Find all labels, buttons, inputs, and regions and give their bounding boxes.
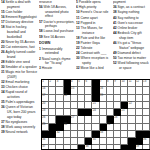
cell-number: 26	[42, 116, 45, 119]
clue-number: 42	[113, 26, 118, 30]
clue-number: 6	[76, 5, 79, 9]
grid-cell[interactable]	[56, 95, 63, 102]
clue-number: 58	[39, 29, 44, 33]
cell-number: 21	[93, 102, 96, 105]
clue-52: 52 Word following snack or space	[113, 61, 149, 70]
grid-cell[interactable]: 15	[71, 87, 78, 94]
clue-56: 56 With 58 Across, unwanted photo effect	[39, 5, 75, 19]
clue-number: 2	[39, 57, 42, 61]
grid-cell[interactable]	[136, 87, 143, 94]
grid-cell[interactable]	[100, 145, 107, 150]
clue-number: 37	[1, 120, 6, 124]
cell-number: 14	[42, 87, 45, 90]
grid-cell[interactable]	[49, 95, 56, 102]
clue-number: 38	[113, 10, 118, 14]
clue-42: 42 Online broker	[113, 26, 149, 31]
clue-number: 19	[76, 41, 81, 45]
clue-number: 17	[1, 20, 6, 24]
grid-cell[interactable]: 31	[107, 124, 114, 131]
cell-number: 12	[136, 80, 139, 83]
grid-cell[interactable]	[136, 116, 143, 123]
clue-1: 1 Immeasurably extended	[39, 47, 75, 56]
clue-number: 33	[1, 85, 6, 89]
cell-number: 31	[107, 123, 110, 126]
grid-cell[interactable]: 37	[42, 145, 49, 150]
black-square	[92, 87, 99, 94]
cell-number: 38	[85, 145, 88, 148]
grid-cell[interactable]	[143, 95, 150, 102]
grid-cell[interactable]	[71, 131, 78, 138]
black-square	[78, 109, 85, 116]
grid-cell[interactable]	[128, 116, 135, 123]
clue-6: 6 High-priority	[76, 5, 112, 10]
cell-number: 39	[136, 145, 139, 148]
grid-cell[interactable]: 27	[71, 116, 78, 123]
cell-number: 11	[129, 80, 132, 83]
grid-cell[interactable]	[85, 87, 92, 94]
clue-57: 57 Doctor's prescription, perhaps	[39, 20, 75, 29]
clue-number: 36	[1, 105, 6, 109]
clue-22: 22 Tolerate	[76, 46, 112, 51]
grid-cell[interactable]	[64, 145, 71, 150]
black-square	[128, 145, 135, 150]
clue-number: 39	[1, 130, 6, 134]
grid-cell[interactable]	[114, 102, 121, 109]
grid-cell[interactable]: 25	[121, 109, 128, 116]
grid-cell[interactable]	[121, 116, 128, 123]
cell-number: 23	[42, 109, 45, 112]
grid-cell[interactable]	[71, 138, 78, 145]
black-square	[92, 80, 99, 87]
grid-cell[interactable]	[85, 116, 92, 123]
cell-number: 13	[143, 80, 146, 83]
clue-number: 59	[39, 35, 44, 39]
clue-23: 23 Cat extensions, fast	[1, 45, 38, 50]
grid-cell[interactable]	[107, 138, 114, 145]
grid-cell[interactable]: 24	[92, 109, 99, 116]
grid-cell[interactable]	[78, 95, 85, 102]
grid-cell[interactable]	[107, 109, 114, 116]
grid-cell[interactable]	[78, 116, 85, 123]
cell-number: 3	[57, 80, 59, 83]
black-square	[49, 131, 56, 138]
grid-cell[interactable]: 9	[114, 80, 121, 87]
clue-40: 40 Say nothing to	[113, 16, 149, 21]
cell-number: 2	[49, 80, 51, 83]
cell-number: 9	[114, 80, 116, 83]
grid-cell[interactable]	[49, 116, 56, 123]
clue-20: 20 Never by 33-Across	[1, 40, 38, 45]
grid-cell[interactable]	[143, 102, 150, 109]
grid-cell[interactable]	[128, 87, 135, 94]
grid-cell[interactable]	[100, 102, 107, 109]
grid-cell[interactable]: 18	[64, 95, 71, 102]
clue-59: 59 See 56 Across	[39, 35, 75, 40]
clue-49: 49 Diamond defect	[113, 51, 149, 56]
clue-33: 33 Chicken choice	[1, 85, 38, 90]
clue-44: 44 Bedrock City gift shop item	[113, 31, 149, 40]
down-section-header: DOWN	[39, 41, 75, 46]
grid-cell[interactable]	[71, 124, 78, 131]
cell-number: 8	[107, 80, 109, 83]
black-square	[49, 124, 56, 131]
grid-cell[interactable]: 36	[143, 138, 150, 145]
clue-number: 52	[113, 61, 118, 65]
clue-38: 38 Work away severely	[1, 125, 38, 130]
clue-number: 36	[113, 5, 118, 9]
clue-36: 36 Sign, as a contract	[113, 5, 149, 10]
grid-cell[interactable]	[78, 87, 85, 94]
clue-36: 36 Queen of Victorian UK, born 200 years…	[1, 105, 38, 119]
clue-number: 30	[1, 65, 6, 69]
grid-cell[interactable]: 12	[136, 80, 143, 87]
clue-number: 34	[1, 90, 6, 94]
clue-32: 32 Move like a bird	[76, 66, 112, 71]
grid-cell[interactable]	[143, 124, 150, 131]
cell-number: 20	[42, 102, 45, 105]
clue-30: 30 Smolder of a speaker	[1, 65, 38, 70]
clue-number: 13	[76, 26, 81, 30]
grid-cell[interactable]	[56, 87, 63, 94]
grid-cell[interactable]	[49, 102, 56, 109]
grid-cell[interactable]	[107, 145, 114, 150]
clue-2: 2 Naval song's rhyme for "Yo-way"	[39, 57, 75, 66]
cell-number: 27	[71, 116, 74, 119]
cell-number: 36	[143, 138, 146, 141]
clue-number: 20	[1, 40, 6, 44]
grid-cell[interactable]: 35	[92, 138, 99, 145]
clue-10: 10 Forest's Oscar role	[76, 10, 112, 15]
grid-cell[interactable]	[128, 131, 135, 138]
black-square	[56, 116, 63, 123]
down-clue-column-4: payment36 Sign, as a contract38 Saying n…	[113, 0, 149, 79]
clue-number: 5	[76, 0, 79, 4]
clue-39: 39 Neural network	[1, 130, 38, 135]
clue-number: 11	[76, 16, 80, 20]
grid-cell[interactable]	[114, 124, 121, 131]
grid-cell[interactable]: 3	[56, 80, 63, 87]
grid-cell[interactable]	[128, 124, 135, 131]
grid-cell[interactable]	[136, 102, 143, 109]
clue-14: 14 Settle a deal with payment	[1, 0, 38, 9]
cell-number: 19	[100, 94, 103, 97]
grid-cell[interactable]: 13	[143, 80, 150, 87]
clue-number: 44	[113, 31, 118, 35]
grid-cell[interactable]	[56, 138, 63, 145]
clue-30: 30 Where reception is spotty	[76, 56, 112, 65]
grid-cell[interactable]	[107, 102, 114, 109]
grid-cell[interactable]	[114, 138, 121, 145]
grid-cell[interactable]	[64, 138, 71, 145]
clue-number: 46	[113, 41, 118, 45]
grid-cell[interactable]	[107, 87, 114, 94]
clue-number: 23	[1, 45, 6, 49]
grid-cell[interactable]	[114, 95, 121, 102]
black-square	[136, 131, 143, 138]
black-square	[128, 138, 135, 145]
grid-cell[interactable]	[85, 131, 92, 138]
black-square	[85, 109, 92, 116]
clue-number: 38	[1, 125, 6, 129]
grid-cell[interactable]: 28	[114, 116, 121, 123]
clue-number: 1	[39, 47, 42, 51]
clue-number: 30	[76, 56, 81, 60]
grid-cell[interactable]	[121, 95, 128, 102]
cell-number: 17	[42, 94, 45, 97]
grid-cell[interactable]	[71, 102, 78, 109]
grid-cell[interactable]	[100, 109, 107, 116]
grid-cell[interactable]	[121, 124, 128, 131]
clue-continuation: payment	[113, 0, 149, 5]
grid-cell[interactable]: 10	[121, 80, 128, 87]
grid-cell[interactable]: 32	[56, 131, 63, 138]
clue-5: 5 Possible opera	[76, 0, 112, 5]
clue-continuation: resource	[39, 0, 75, 5]
grid-cell[interactable]	[49, 87, 56, 94]
grid-cell[interactable]	[136, 95, 143, 102]
clue-number: 3	[39, 66, 42, 70]
grid-cell[interactable]: 39	[136, 145, 143, 150]
clue-number: 32	[76, 66, 81, 70]
clue-46: 46 It's got a "Venus Statue" webpage	[113, 41, 149, 50]
cell-number: 28	[114, 116, 117, 119]
clue-number: 50	[113, 56, 118, 60]
grid-cell[interactable]: 22	[128, 102, 135, 109]
grid-cell[interactable]	[92, 145, 99, 150]
clue-number: 14	[1, 0, 6, 4]
cell-number: 1	[42, 80, 44, 83]
clue-number: 41	[113, 21, 118, 25]
cell-number: 33	[100, 131, 103, 134]
grid-cell[interactable]: 11	[128, 80, 135, 87]
grid-cell[interactable]: 29	[42, 124, 49, 131]
clue-number: 31	[1, 70, 6, 74]
grid-cell[interactable]: 2	[49, 80, 56, 87]
clue-50: 50 Too minor to matter	[113, 56, 149, 61]
clue-13: 13 The Muses, for instance	[76, 26, 112, 35]
clue-number: 57	[39, 20, 44, 24]
clue-17: 17 Dictionary directive	[1, 20, 38, 25]
clue-16: 16 Eminent Egyptologist	[1, 15, 38, 20]
across-clue-column-1: 14 Settle a deal with payment15 Coin hol…	[1, 0, 38, 150]
clue-number: 56	[39, 5, 44, 9]
grid-cell[interactable]	[78, 102, 85, 109]
grid-cell[interactable]	[85, 124, 92, 131]
grid-cell[interactable]	[64, 131, 71, 138]
cell-number: 24	[93, 109, 96, 112]
clue-number: 15	[1, 10, 6, 14]
clue-number: 12	[76, 21, 81, 25]
grid-cell[interactable]: 5	[78, 80, 85, 87]
grid-cell[interactable]	[49, 109, 56, 116]
clue-number: 49	[113, 51, 118, 55]
grid-cell[interactable]: 6	[85, 80, 92, 87]
grid-cell[interactable]	[64, 109, 71, 116]
clue-number: 35	[1, 100, 6, 104]
clue-number: 40	[113, 16, 118, 20]
black-square	[121, 145, 128, 150]
grid-cell[interactable]	[49, 145, 56, 150]
cell-number: 30	[64, 123, 67, 126]
grid-cell[interactable]	[100, 138, 107, 145]
clue-number: 16	[1, 15, 6, 19]
grid-cell[interactable]	[92, 116, 99, 123]
down-clue-column-3: 5 Possible opera6 High-priority10 Forest…	[76, 0, 112, 79]
grid-cell[interactable]	[143, 87, 150, 94]
grid-cell[interactable]	[49, 138, 56, 145]
grid-cell[interactable]	[78, 131, 85, 138]
clue-26: 26 Agilely turned cooler brand	[1, 50, 38, 59]
grid-cell[interactable]	[143, 116, 150, 123]
cell-number: 10	[121, 80, 124, 83]
grid-cell[interactable]	[56, 102, 63, 109]
grid-cell[interactable]: 19	[100, 95, 107, 102]
cell-number: 15	[71, 87, 74, 90]
clue-number: 26	[1, 50, 6, 54]
grid-cell[interactable]: 30	[64, 124, 71, 131]
grid-cell[interactable]: 8	[107, 80, 114, 87]
grid-cell[interactable]: 38	[85, 145, 92, 150]
grid-cell[interactable]	[85, 95, 92, 102]
grid-cell[interactable]	[100, 116, 107, 123]
clue-34: 34 Rapid round of activities	[1, 90, 38, 99]
clue-11: 11 Come apart	[76, 16, 112, 21]
grid-cell[interactable]	[128, 109, 135, 116]
clue-number: 18	[76, 36, 81, 40]
clue-number: 18	[1, 25, 6, 29]
clue-number: 32	[1, 80, 6, 84]
clue-15: 15 Coin holder	[1, 10, 38, 15]
grid-cell[interactable]	[78, 124, 85, 131]
cell-number: 5	[78, 80, 80, 83]
grid-cell[interactable]	[71, 95, 78, 102]
clue-number: 24	[76, 51, 81, 55]
grid-cell[interactable]	[56, 109, 63, 116]
clue-18: 18 Stat in hockey, baseball and basketba…	[1, 25, 38, 39]
clue-38: 38 Saying nothing	[113, 10, 149, 15]
clue-number: 22	[76, 46, 81, 50]
cell-number: 22	[129, 102, 132, 105]
cell-number: 37	[42, 145, 45, 148]
cell-number: 32	[57, 131, 60, 134]
grid-cell[interactable]	[92, 124, 99, 131]
grid-cell[interactable]	[143, 109, 150, 116]
crossword-grid[interactable]: 1234567891011121314151617181920212223242…	[41, 79, 150, 150]
grid-cell[interactable]	[85, 102, 92, 109]
cell-number: 16	[100, 87, 103, 90]
clue-37: 37 No eyeglasses	[1, 120, 38, 125]
black-square	[64, 80, 71, 87]
cell-number: 25	[121, 109, 124, 112]
grid-cell[interactable]	[121, 131, 128, 138]
grid-cell[interactable]	[78, 138, 85, 145]
clue-24: 24 Contrast with ___	[76, 51, 112, 56]
grid-cell[interactable]: 33	[100, 131, 107, 138]
grid-cell[interactable]	[121, 138, 128, 145]
clue-3: 3 Hecate	[39, 66, 75, 71]
grid-cell[interactable]	[71, 145, 78, 150]
grid-cell[interactable]	[107, 95, 114, 102]
cell-number: 18	[64, 94, 67, 97]
clue-35: 35 Palm's appendages	[1, 100, 38, 105]
cell-number: 35	[93, 138, 96, 141]
grid-cell[interactable]	[64, 102, 71, 109]
cell-number: 4	[71, 80, 73, 83]
cell-number: 34	[42, 138, 45, 141]
clue-number: 28	[1, 60, 6, 64]
clue-12: 12 Popped in	[76, 21, 112, 26]
clue-column-2: resource56 With 58 Across, unwanted phot…	[39, 0, 75, 79]
cell-number: 7	[100, 80, 102, 83]
grid-cell[interactable]	[114, 145, 121, 150]
grid-cell[interactable]	[136, 124, 143, 131]
grid-cell[interactable]	[121, 87, 128, 94]
clue-41: 41 Gore's successor	[113, 21, 149, 26]
grid-cell[interactable]	[56, 145, 63, 150]
grid-cell[interactable]	[107, 131, 114, 138]
clue-58: 58 Loose-leaf purchase	[39, 29, 75, 34]
clue-19: 19 Painter Goya	[76, 41, 112, 46]
grid-cell[interactable]	[114, 87, 121, 94]
clue-31: 31 Magic mix for Service (2009)	[1, 70, 38, 79]
clue-18: 18 Pate and the like	[76, 36, 112, 41]
clue-28: 28 Edible vine seed	[1, 60, 38, 65]
black-square	[78, 145, 85, 150]
clue-32: 32 Email marketing	[1, 80, 38, 85]
grid-cell[interactable]	[136, 109, 143, 116]
cell-number: 29	[42, 123, 45, 126]
grid-cell[interactable]	[114, 131, 121, 138]
grid-cell[interactable]	[143, 145, 150, 150]
cell-number: 6	[85, 80, 87, 83]
clue-number: 10	[76, 10, 81, 14]
